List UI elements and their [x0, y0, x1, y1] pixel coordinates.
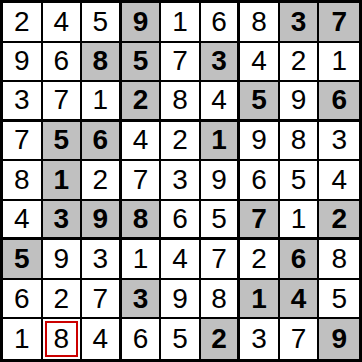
cell-digit: 4: [251, 47, 267, 75]
cell-r2c3[interactable]: 8: [82, 43, 122, 83]
cell-r8c2[interactable]: 2: [43, 280, 83, 320]
cell-r6c9[interactable]: 2: [319, 201, 359, 241]
cell-r6c7[interactable]: 7: [240, 201, 280, 241]
cell-r8c4[interactable]: 3: [122, 280, 162, 320]
cell-digit: 4: [291, 285, 307, 313]
cell-r3c2[interactable]: 7: [43, 82, 83, 122]
cell-r1c2[interactable]: 4: [43, 3, 83, 43]
cell-digit: 8: [211, 285, 227, 313]
cell-r3c3[interactable]: 1: [82, 82, 122, 122]
cell-digit: 2: [133, 86, 149, 114]
cell-r8c9[interactable]: 5: [319, 280, 359, 320]
cell-digit: 2: [291, 47, 307, 75]
cell-digit: 5: [331, 285, 347, 313]
cell-r3c8[interactable]: 9: [280, 82, 320, 122]
cell-digit: 6: [251, 166, 267, 194]
cell-r7c7[interactable]: 2: [240, 240, 280, 280]
cell-r5c4[interactable]: 7: [122, 161, 162, 201]
cell-digit: 1: [211, 126, 227, 154]
cell-digit: 8: [331, 245, 347, 273]
cell-r6c6[interactable]: 5: [201, 201, 241, 241]
cell-digit: 1: [331, 47, 347, 75]
cell-r6c3[interactable]: 9: [82, 201, 122, 241]
cell-r8c5[interactable]: 9: [161, 280, 201, 320]
cell-digit: 2: [54, 285, 70, 313]
cell-r8c7[interactable]: 1: [240, 280, 280, 320]
cell-r1c8[interactable]: 3: [280, 3, 320, 43]
cell-r5c1[interactable]: 8: [3, 161, 43, 201]
cell-digit: 5: [14, 245, 30, 273]
cell-r5c3[interactable]: 2: [82, 161, 122, 201]
cell-r1c7[interactable]: 8: [240, 3, 280, 43]
cell-digit: 6: [211, 8, 227, 36]
cell-digit: 5: [251, 86, 267, 114]
cell-digit: 1: [54, 166, 70, 194]
cell-digit: 2: [14, 8, 30, 36]
cell-digit: 7: [133, 166, 149, 194]
cell-digit: 3: [331, 126, 347, 154]
cell-r1c6[interactable]: 6: [201, 3, 241, 43]
cell-r4c3[interactable]: 6: [82, 122, 122, 162]
cell-r9c3[interactable]: 4: [82, 319, 122, 359]
cell-digit: 9: [211, 166, 227, 194]
cell-r2c2[interactable]: 6: [43, 43, 83, 83]
cell-digit: 4: [172, 245, 188, 273]
cell-r1c3[interactable]: 5: [82, 3, 122, 43]
cell-digit: 4: [331, 166, 347, 194]
cell-digit: 5: [172, 325, 188, 353]
cell-digit: 8: [54, 325, 70, 353]
cell-r7c1[interactable]: 5: [3, 240, 43, 280]
cell-digit: 4: [133, 126, 149, 154]
cell-r2c9[interactable]: 1: [319, 43, 359, 83]
cell-r6c4[interactable]: 8: [122, 201, 162, 241]
cell-digit: 7: [211, 245, 227, 273]
sudoku-board: 2459168379685734213712845967564219838127…: [0, 0, 362, 362]
cell-digit: 2: [211, 325, 227, 353]
cell-r5c7[interactable]: 6: [240, 161, 280, 201]
cell-r3c7[interactable]: 5: [240, 82, 280, 122]
cell-r9c2[interactable]: 8: [43, 319, 83, 359]
cell-r4c9[interactable]: 3: [319, 122, 359, 162]
cell-digit: 3: [14, 86, 30, 114]
cell-digit: 7: [93, 285, 109, 313]
cell-r8c3[interactable]: 7: [82, 280, 122, 320]
cell-r2c6[interactable]: 3: [201, 43, 241, 83]
cell-digit: 7: [172, 47, 188, 75]
cell-r7c4[interactable]: 1: [122, 240, 162, 280]
cell-r7c3[interactable]: 3: [82, 240, 122, 280]
cell-digit: 4: [211, 86, 227, 114]
cell-digit: 4: [54, 8, 70, 36]
cell-r4c5[interactable]: 2: [161, 122, 201, 162]
cell-digit: 7: [331, 8, 347, 36]
cell-digit: 1: [14, 325, 30, 353]
cell-r8c1[interactable]: 6: [3, 280, 43, 320]
cell-r5c6[interactable]: 9: [201, 161, 241, 201]
cell-r3c5[interactable]: 8: [161, 82, 201, 122]
cell-r4c1[interactable]: 7: [3, 122, 43, 162]
cell-digit: 8: [251, 8, 267, 36]
cell-r5c8[interactable]: 5: [280, 161, 320, 201]
cell-digit: 9: [251, 126, 267, 154]
cell-digit: 6: [331, 86, 347, 114]
cell-r6c2[interactable]: 3: [43, 201, 83, 241]
cell-digit: 1: [291, 205, 307, 233]
cell-digit: 6: [172, 205, 188, 233]
cell-r2c5[interactable]: 7: [161, 43, 201, 83]
cell-digit: 3: [291, 8, 307, 36]
cell-digit: 8: [93, 47, 109, 75]
cell-digit: 6: [291, 245, 307, 273]
cell-r7c8[interactable]: 6: [280, 240, 320, 280]
cell-digit: 9: [54, 245, 70, 273]
cell-r2c4[interactable]: 5: [122, 43, 162, 83]
cell-digit: 9: [93, 205, 109, 233]
cell-r1c5[interactable]: 1: [161, 3, 201, 43]
cell-digit: 9: [291, 86, 307, 114]
cell-r7c9[interactable]: 8: [319, 240, 359, 280]
cell-r6c1[interactable]: 4: [3, 201, 43, 241]
cell-digit: 2: [251, 245, 267, 273]
cell-r4c4[interactable]: 4: [122, 122, 162, 162]
cell-r9c6[interactable]: 2: [201, 319, 241, 359]
cell-digit: 9: [14, 47, 30, 75]
cell-r5c2[interactable]: 1: [43, 161, 83, 201]
cell-digit: 7: [251, 205, 267, 233]
cell-r7c2[interactable]: 9: [43, 240, 83, 280]
cell-r9c1[interactable]: 1: [3, 319, 43, 359]
cell-digit: 6: [133, 325, 149, 353]
cell-digit: 8: [14, 166, 30, 194]
cell-digit: 3: [251, 325, 267, 353]
cell-digit: 9: [331, 325, 347, 353]
cell-r9c8[interactable]: 7: [280, 319, 320, 359]
cell-r1c1[interactable]: 2: [3, 3, 43, 43]
cell-digit: 3: [211, 47, 227, 75]
cell-digit: 9: [133, 8, 149, 36]
cell-r3c1[interactable]: 3: [3, 82, 43, 122]
cell-digit: 5: [291, 166, 307, 194]
cell-r9c9[interactable]: 9: [319, 319, 359, 359]
cell-digit: 2: [172, 126, 188, 154]
cell-r6c5[interactable]: 6: [161, 201, 201, 241]
cell-digit: 5: [93, 8, 109, 36]
cell-digit: 8: [291, 126, 307, 154]
cell-r9c5[interactable]: 5: [161, 319, 201, 359]
cell-digit: 7: [291, 325, 307, 353]
cell-digit: 4: [14, 205, 30, 233]
cell-r3c9[interactable]: 6: [319, 82, 359, 122]
cell-digit: 1: [93, 86, 109, 114]
cell-digit: 1: [133, 245, 149, 273]
cell-digit: 2: [331, 205, 347, 233]
cell-r2c7[interactable]: 4: [240, 43, 280, 83]
cell-r4c7[interactable]: 9: [240, 122, 280, 162]
cell-r5c5[interactable]: 3: [161, 161, 201, 201]
cell-r4c6[interactable]: 1: [201, 122, 241, 162]
cell-r3c4[interactable]: 2: [122, 82, 162, 122]
cell-digit: 2: [93, 166, 109, 194]
cell-r9c7[interactable]: 3: [240, 319, 280, 359]
cell-digit: 8: [133, 205, 149, 233]
cell-r3c6[interactable]: 4: [201, 82, 241, 122]
cell-digit: 3: [54, 205, 70, 233]
cell-digit: 8: [172, 86, 188, 114]
cell-digit: 1: [251, 285, 267, 313]
cell-digit: 5: [211, 205, 227, 233]
cell-digit: 7: [54, 86, 70, 114]
cell-r8c8[interactable]: 4: [280, 280, 320, 320]
cell-r9c4[interactable]: 6: [122, 319, 162, 359]
cell-r1c9[interactable]: 7: [319, 3, 359, 43]
cell-digit: 3: [93, 245, 109, 273]
cell-digit: 7: [14, 126, 30, 154]
cell-r2c1[interactable]: 9: [3, 43, 43, 83]
cell-digit: 6: [14, 285, 30, 313]
cell-r7c5[interactable]: 4: [161, 240, 201, 280]
cell-digit: 9: [172, 285, 188, 313]
cell-digit: 3: [172, 166, 188, 194]
cell-r5c9[interactable]: 4: [319, 161, 359, 201]
cell-digit: 5: [54, 126, 70, 154]
cell-digit: 6: [93, 126, 109, 154]
cell-r2c8[interactable]: 2: [280, 43, 320, 83]
cell-r8c6[interactable]: 8: [201, 280, 241, 320]
cell-r7c6[interactable]: 7: [201, 240, 241, 280]
cell-digit: 1: [172, 8, 188, 36]
cell-r4c2[interactable]: 5: [43, 122, 83, 162]
cell-digit: 4: [93, 325, 109, 353]
cell-r6c8[interactable]: 1: [280, 201, 320, 241]
cell-digit: 5: [133, 47, 149, 75]
cell-r1c4[interactable]: 9: [122, 3, 162, 43]
cell-digit: 3: [133, 285, 149, 313]
cell-digit: 6: [54, 47, 70, 75]
cell-r4c8[interactable]: 8: [280, 122, 320, 162]
